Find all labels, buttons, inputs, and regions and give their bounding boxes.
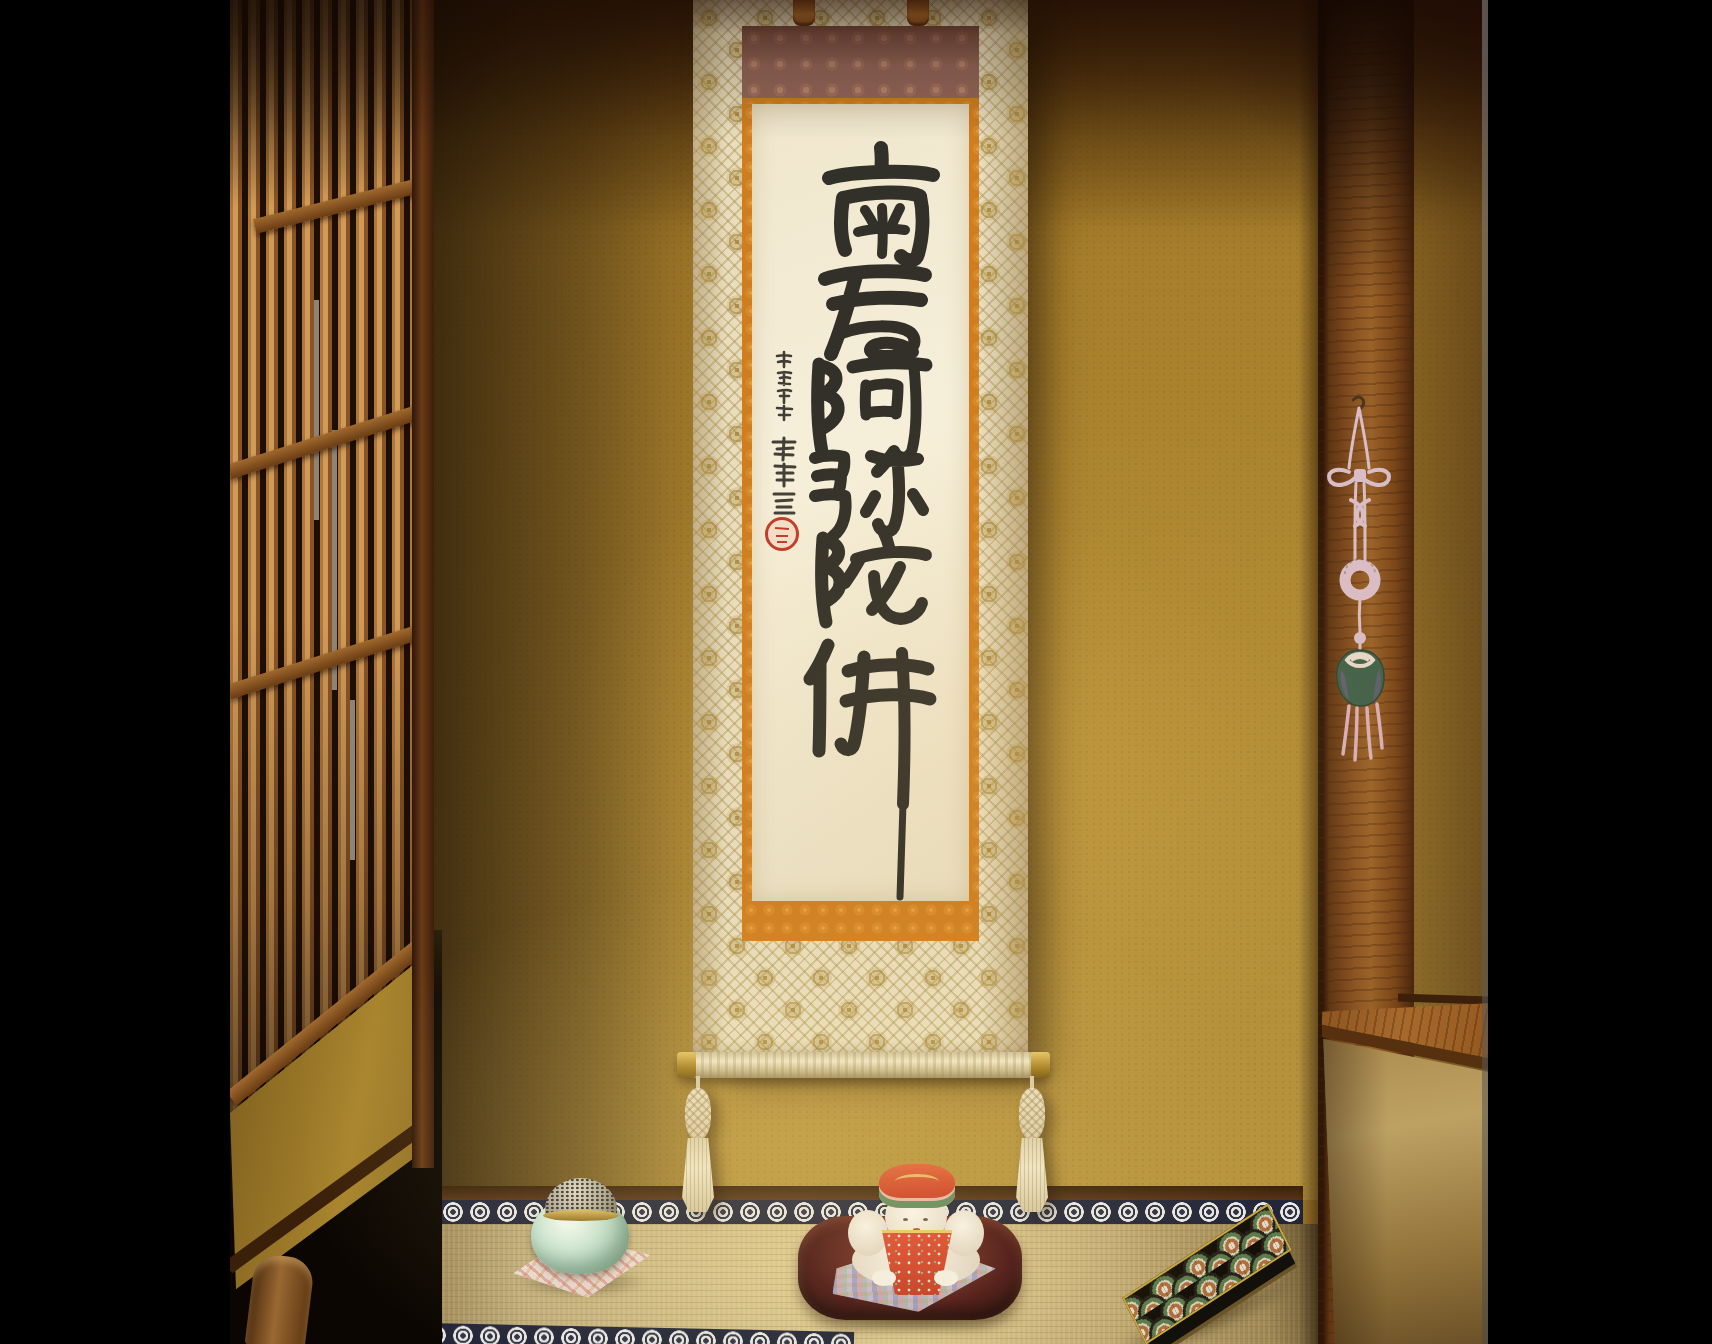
- doll-red-hat: [879, 1164, 955, 1208]
- cord-ornament: [1315, 388, 1405, 778]
- hat-gold-motif: [895, 1174, 939, 1189]
- scroll-inner-border-right: [969, 104, 979, 941]
- tassel-left: [679, 1076, 717, 1216]
- scroll-top-shadow: [693, 0, 1028, 34]
- tassel-right: [1013, 1076, 1051, 1216]
- doll-arm-left: [848, 1210, 888, 1256]
- photo-scene: 南無阿弥陀佛 佛光門主 釋 真照: [0, 0, 1712, 1344]
- tassel-fringe: [1016, 1138, 1048, 1212]
- calligraphy-artwork: [752, 104, 969, 901]
- tassel-knot: [685, 1088, 711, 1140]
- doll-eye: [903, 1218, 908, 1221]
- pouch-tassels: [1343, 704, 1382, 760]
- lattice-screen: [230, 0, 432, 1126]
- scroll-inner-border-left: [742, 104, 752, 941]
- censer-gold-rim: [543, 1210, 619, 1221]
- letterbox-right: [1488, 0, 1712, 1344]
- alcove-corner-frame: [412, 0, 434, 1168]
- hanging-scroll: 南無阿弥陀佛 佛光門主 釋 真照: [693, 0, 1028, 1078]
- doll-hand-left: [872, 1270, 896, 1286]
- light-glint: [350, 700, 355, 860]
- doll-hand-right: [934, 1270, 958, 1286]
- light-glint: [314, 300, 319, 520]
- tassel-knot: [1019, 1088, 1045, 1140]
- roller-cap-left: [677, 1052, 696, 1078]
- signature-strokes: [773, 352, 795, 513]
- scroll-top-band: [742, 26, 979, 98]
- scroll-paper: 南無阿弥陀佛 佛光門主 釋 真照: [752, 104, 969, 901]
- roller-cap-right: [1031, 1052, 1050, 1078]
- doll-eye: [923, 1218, 928, 1221]
- gosho-doll: [848, 1166, 984, 1292]
- letterbox-left: [0, 0, 230, 1344]
- artist-seal: [767, 519, 798, 550]
- wall-left-shadow: [420, 0, 720, 1200]
- tassel-fringe: [682, 1138, 714, 1212]
- scroll-roller-rod: [677, 1052, 1050, 1078]
- scroll-inner-border-bottom: [742, 901, 979, 941]
- alcove-view: 南無阿弥陀佛 佛光門主 釋 真照: [230, 0, 1488, 1344]
